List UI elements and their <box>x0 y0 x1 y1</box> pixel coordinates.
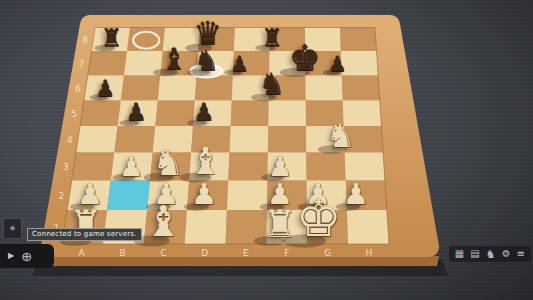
board-frame-side <box>41 256 439 266</box>
file-label-F: F <box>284 248 289 258</box>
list-icon[interactable]: ▤ <box>470 249 479 259</box>
connection-status-tooltip: Connected to game servers. <box>27 228 142 241</box>
rank-label-4: 4 <box>67 135 73 145</box>
piece-white-pawn-b3[interactable]: ♟ <box>119 153 143 180</box>
globe-icon[interactable]: ⊕ <box>21 250 32 263</box>
rank-label-5: 5 <box>71 109 77 119</box>
piece-black-rook-a8[interactable]: ♜ <box>100 26 122 50</box>
square-e4[interactable] <box>230 126 269 153</box>
piece-black-knight-d7[interactable]: ♞ <box>194 47 219 75</box>
bottom-right-toolbar: ▦▤♞⚙≡ <box>449 246 531 262</box>
piece-black-pawn-e7[interactable]: ♟ <box>230 53 249 74</box>
piece-black-bishop-c7[interactable]: ♝ <box>161 45 187 74</box>
square-h6[interactable] <box>342 76 380 101</box>
square-f4[interactable] <box>268 126 306 153</box>
rank-label-6: 6 <box>75 84 81 94</box>
square-e5[interactable] <box>231 101 269 127</box>
status-badge-icon[interactable]: ◆ <box>3 218 22 239</box>
bottom-left-toolbar: ▶⊕ <box>0 244 54 268</box>
piece-black-rook-f8[interactable]: ♜ <box>261 26 283 50</box>
piece-black-pawn-a6[interactable]: ♟ <box>95 77 115 100</box>
piece-black-pawn-h7[interactable]: ♟ <box>328 53 347 74</box>
piece-black-king-g7[interactable]: ♚ <box>289 40 321 75</box>
file-label-H: H <box>365 248 372 258</box>
piece-white-pawn-f3[interactable]: ♟ <box>268 153 292 180</box>
piece-white-king-g1[interactable]: ♚ <box>296 193 342 244</box>
piece-black-knight-f6[interactable]: ♞ <box>259 70 285 100</box>
piece-white-pawn-d2[interactable]: ♟ <box>191 180 217 209</box>
file-label-D: D <box>201 248 208 258</box>
rank-label-2: 2 <box>59 191 65 201</box>
square-d6[interactable] <box>195 76 233 101</box>
square-a7[interactable] <box>88 51 127 76</box>
square-d1[interactable] <box>185 210 227 244</box>
file-label-G: G <box>324 248 331 258</box>
square-a5[interactable] <box>80 101 121 127</box>
rank-label-8: 8 <box>82 35 88 45</box>
knight-piece-icon[interactable]: ♞ <box>486 249 496 260</box>
piece-white-bishop-d3[interactable]: ♝ <box>189 143 223 181</box>
menu-icon[interactable]: ≡ <box>517 249 525 259</box>
file-label-E: E <box>243 248 249 258</box>
square-g6[interactable] <box>305 76 342 101</box>
piece-black-pawn-b5[interactable]: ♟ <box>125 101 146 125</box>
piece-white-knight-h4[interactable]: ♞ <box>326 119 356 152</box>
square-b4[interactable] <box>114 126 155 153</box>
square-g3[interactable] <box>306 153 345 181</box>
file-label-C: C <box>161 248 167 258</box>
board-grid-icon[interactable]: ▦ <box>455 249 464 259</box>
piece-black-pawn-d5[interactable]: ♟ <box>193 101 214 125</box>
play-icon[interactable]: ▶ <box>8 252 14 260</box>
piece-white-pawn-h2[interactable]: ♟ <box>343 180 369 209</box>
square-h1[interactable] <box>347 210 389 244</box>
piece-white-knight-c3[interactable]: ♞ <box>153 145 185 180</box>
square-a3[interactable] <box>72 153 115 181</box>
square-a4[interactable] <box>76 126 118 153</box>
piece-white-rook-f1[interactable]: ♜ <box>263 206 297 243</box>
rank-label-3: 3 <box>63 162 69 172</box>
piece-white-bishop-c1[interactable]: ♝ <box>145 201 183 244</box>
gear-icon[interactable]: ⚙ <box>502 249 511 259</box>
rank-label-7: 7 <box>79 59 85 69</box>
square-h3[interactable] <box>345 153 385 181</box>
file-label-A: A <box>79 248 86 258</box>
chess-app-window: ABCDEFGH12345678 ♜♛♜♝♞♟♚♟♟♞♟♟♞♟♞♝♟♟♟♟♟♟♟… <box>0 0 533 300</box>
square-h8[interactable] <box>340 28 377 52</box>
square-c6[interactable] <box>158 76 197 101</box>
square-b6[interactable] <box>121 76 160 101</box>
square-f5[interactable] <box>268 101 306 127</box>
file-label-B: B <box>120 248 126 258</box>
